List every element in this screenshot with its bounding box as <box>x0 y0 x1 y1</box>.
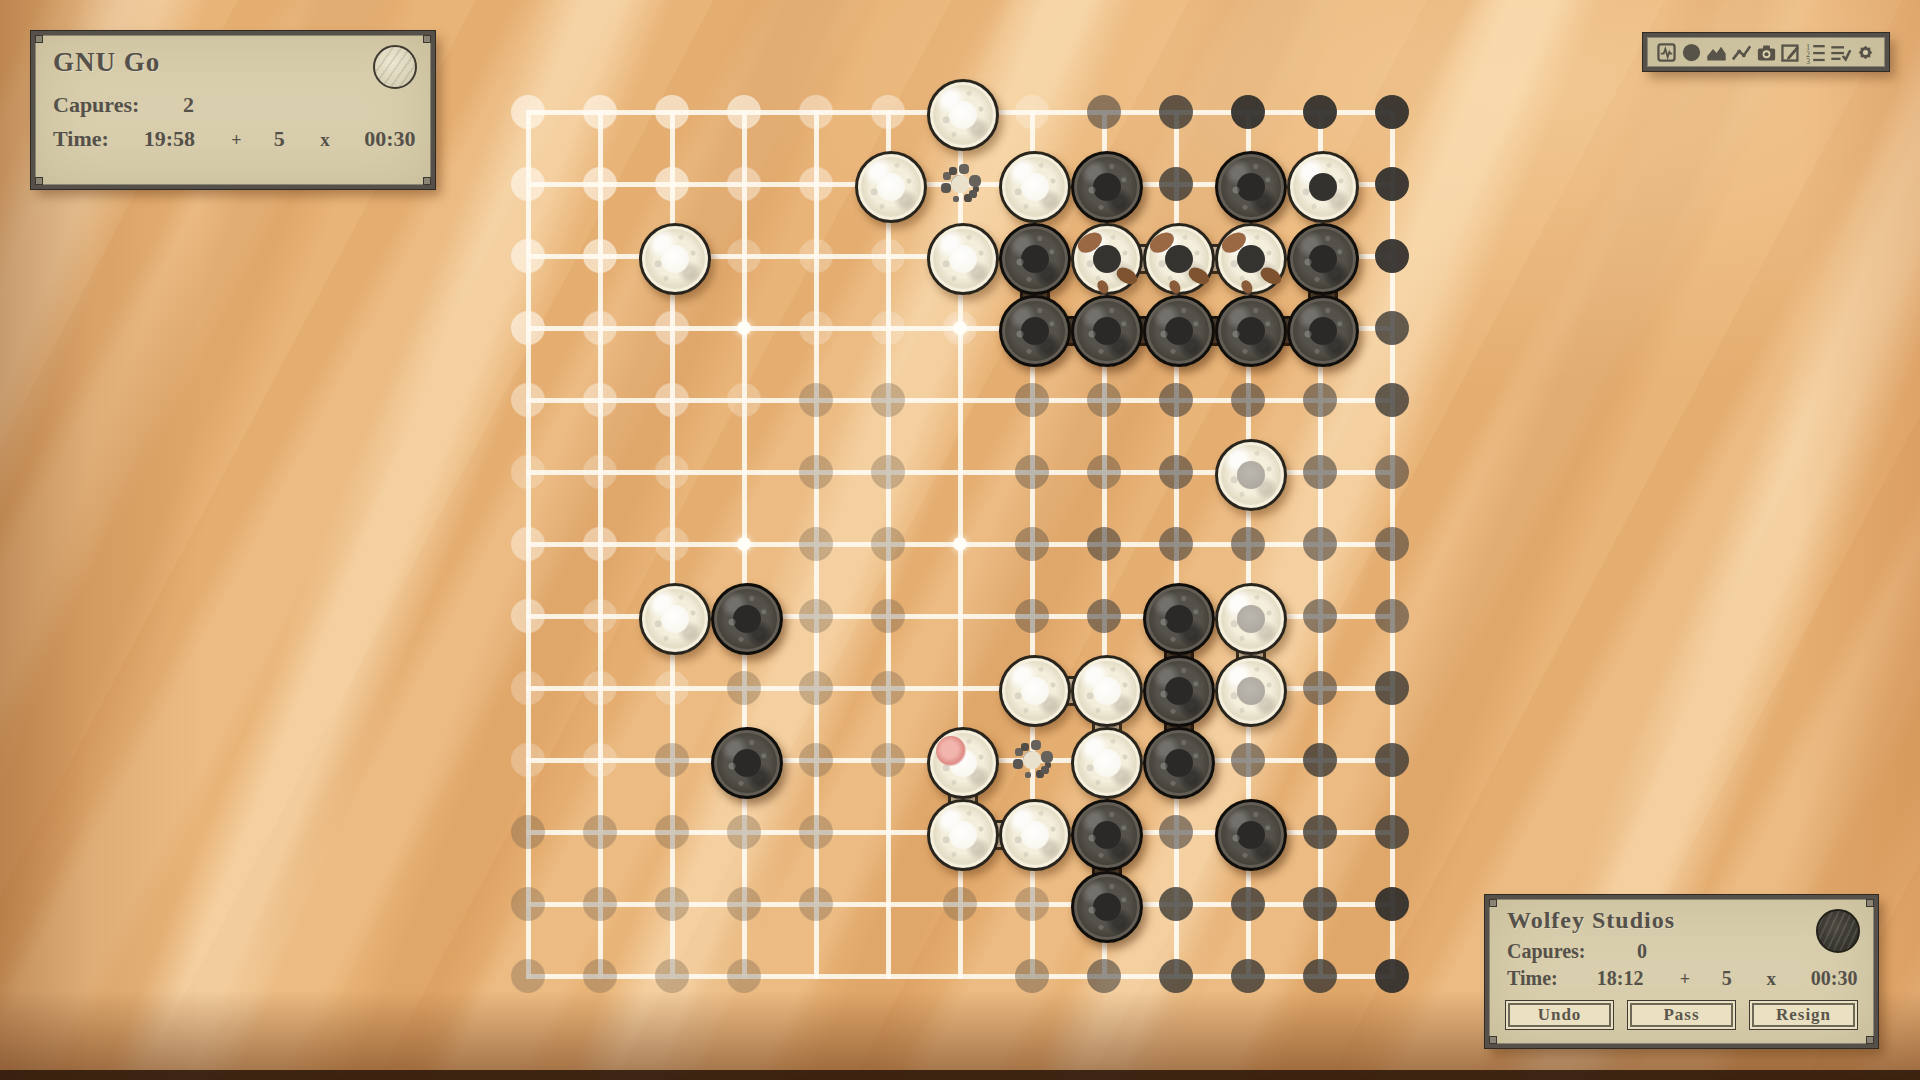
intersection-N9[interactable] <box>1356 364 1428 436</box>
svg-text:3: 3 <box>1807 57 1811 64</box>
intersection-K6[interactable] <box>1140 580 1212 652</box>
intersection-C7[interactable] <box>636 508 708 580</box>
intersection-N8[interactable] <box>1356 436 1428 508</box>
intersection-E13[interactable] <box>780 76 852 148</box>
settings-gear-icon[interactable] <box>1854 41 1877 64</box>
intersection-J8[interactable] <box>1068 436 1140 508</box>
intersection-F1[interactable] <box>852 940 924 1012</box>
intersection-D10[interactable] <box>708 292 780 364</box>
intersection-A1[interactable] <box>492 940 564 1012</box>
intersection-C4[interactable] <box>636 724 708 796</box>
intersection-C12[interactable] <box>636 148 708 220</box>
player-panel-black: Wolfey Studios Capures: 0 Time: 18:12 + … <box>1485 895 1878 1048</box>
intersection-A12[interactable] <box>492 148 564 220</box>
intersection-K1[interactable] <box>1140 940 1212 1012</box>
intersection-D1[interactable] <box>708 940 780 1012</box>
panel-screw <box>1867 900 1873 906</box>
intersection-L9[interactable] <box>1212 364 1284 436</box>
intersection-M2[interactable] <box>1284 868 1356 940</box>
intersection-K3[interactable] <box>1140 796 1212 868</box>
intersection-H4[interactable] <box>996 724 1068 796</box>
panel-screw <box>1867 1037 1873 1043</box>
times-sign: x <box>301 129 349 151</box>
captures-count-black: 0 <box>1619 940 1647 963</box>
intersection-D12[interactable] <box>708 148 780 220</box>
intersection-L1[interactable] <box>1212 940 1284 1012</box>
intersection-M1[interactable] <box>1284 940 1356 1012</box>
intersection-A11[interactable] <box>492 220 564 292</box>
intersection-A13[interactable] <box>492 76 564 148</box>
intersection-N12[interactable] <box>1356 148 1428 220</box>
intersection-J10[interactable] <box>1068 292 1140 364</box>
intersection-D4[interactable] <box>708 724 780 796</box>
intersection-G8[interactable] <box>924 436 996 508</box>
intersection-M4[interactable] <box>1284 724 1356 796</box>
time-label: Time: <box>1507 967 1576 990</box>
undo-button[interactable]: Undo <box>1505 1000 1614 1030</box>
intersection-B8[interactable] <box>564 436 636 508</box>
intersection-G2[interactable] <box>924 868 996 940</box>
intersection-N13[interactable] <box>1356 76 1428 148</box>
intersection-D5[interactable] <box>708 652 780 724</box>
intersection-A8[interactable] <box>492 436 564 508</box>
intersection-F5[interactable] <box>852 652 924 724</box>
times-sign: x <box>1748 968 1794 990</box>
intersection-E11[interactable] <box>780 220 852 292</box>
intersection-F10[interactable] <box>852 292 924 364</box>
intersection-A5[interactable] <box>492 652 564 724</box>
plus-sign: + <box>215 130 257 151</box>
intersection-N5[interactable] <box>1356 652 1428 724</box>
edit-icon[interactable] <box>1779 41 1802 64</box>
intersection-L10[interactable] <box>1212 292 1284 364</box>
intersection-J5[interactable] <box>1068 652 1140 724</box>
intersection-G6[interactable] <box>924 580 996 652</box>
intersection-H10[interactable] <box>996 292 1068 364</box>
intersection-K5[interactable] <box>1140 652 1212 724</box>
intersection-N11[interactable] <box>1356 220 1428 292</box>
intersection-L13[interactable] <box>1212 76 1284 148</box>
intersection-N1[interactable] <box>1356 940 1428 1012</box>
intersection-M12[interactable] <box>1284 148 1356 220</box>
intersection-J3[interactable] <box>1068 796 1140 868</box>
line-chart-icon[interactable] <box>1730 41 1753 64</box>
intersection-L5[interactable] <box>1212 652 1284 724</box>
intersection-G11[interactable] <box>924 220 996 292</box>
intersection-G4[interactable] <box>924 724 996 796</box>
intersection-L4[interactable] <box>1212 724 1284 796</box>
intersection-G12[interactable] <box>924 148 996 220</box>
intersection-K7[interactable] <box>1140 508 1212 580</box>
intersection-C3[interactable] <box>636 796 708 868</box>
intersection-D13[interactable] <box>708 76 780 148</box>
intersection-G10[interactable] <box>924 292 996 364</box>
intersection-E8[interactable] <box>780 436 852 508</box>
intersection-D6[interactable] <box>708 580 780 652</box>
main-time-black: 18:12 <box>1576 967 1665 990</box>
intersection-E10[interactable] <box>780 292 852 364</box>
intersection-K11[interactable] <box>1140 220 1212 292</box>
intersection-B3[interactable] <box>564 796 636 868</box>
intersection-E2[interactable] <box>780 868 852 940</box>
intersection-H11[interactable] <box>996 220 1068 292</box>
black-stone-icon <box>1816 909 1860 953</box>
intersection-C11[interactable] <box>636 220 708 292</box>
intersection-C10[interactable] <box>636 292 708 364</box>
intersection-E6[interactable] <box>780 580 852 652</box>
intersection-H1[interactable] <box>996 940 1068 1012</box>
intersection-E9[interactable] <box>780 364 852 436</box>
intersection-H13[interactable] <box>996 76 1068 148</box>
intersection-G5[interactable] <box>924 652 996 724</box>
intersection-F2[interactable] <box>852 868 924 940</box>
camera-icon[interactable] <box>1755 41 1778 64</box>
panel-screw <box>424 178 430 184</box>
screen-bottom-strip <box>0 1070 1920 1080</box>
intersection-L8[interactable] <box>1212 436 1284 508</box>
panel-screw <box>424 36 430 42</box>
captures-count-white: 2 <box>165 92 194 118</box>
intersection-J13[interactable] <box>1068 76 1140 148</box>
intersection-B4[interactable] <box>564 724 636 796</box>
intersection-E7[interactable] <box>780 508 852 580</box>
intersection-C8[interactable] <box>636 436 708 508</box>
checklist-icon[interactable] <box>1829 41 1852 64</box>
intersection-J12[interactable] <box>1068 148 1140 220</box>
intersection-M13[interactable] <box>1284 76 1356 148</box>
intersection-M7[interactable] <box>1284 508 1356 580</box>
intersection-N2[interactable] <box>1356 868 1428 940</box>
intersection-H5[interactable] <box>996 652 1068 724</box>
intersection-J6[interactable] <box>1068 580 1140 652</box>
intersection-N4[interactable] <box>1356 724 1428 796</box>
intersection-D2[interactable] <box>708 868 780 940</box>
activity-chip-icon[interactable] <box>1655 41 1678 64</box>
intersection-A10[interactable] <box>492 292 564 364</box>
pass-button[interactable]: Pass <box>1627 1000 1736 1030</box>
intersection-M8[interactable] <box>1284 436 1356 508</box>
intersection-L2[interactable] <box>1212 868 1284 940</box>
intersection-A7[interactable] <box>492 508 564 580</box>
intersection-F12[interactable] <box>852 148 924 220</box>
intersection-M10[interactable] <box>1284 292 1356 364</box>
intersection-F4[interactable] <box>852 724 924 796</box>
intersection-B7[interactable] <box>564 508 636 580</box>
captures-label: Capures: <box>53 92 165 118</box>
intersection-E4[interactable] <box>780 724 852 796</box>
intersection-N7[interactable] <box>1356 508 1428 580</box>
intersection-M3[interactable] <box>1284 796 1356 868</box>
intersection-B9[interactable] <box>564 364 636 436</box>
toolbar: 123 <box>1643 33 1889 71</box>
intersection-F6[interactable] <box>852 580 924 652</box>
intersection-H6[interactable] <box>996 580 1068 652</box>
intersection-C13[interactable] <box>636 76 708 148</box>
intersection-A4[interactable] <box>492 724 564 796</box>
intersection-G3[interactable] <box>924 796 996 868</box>
panel-screw <box>36 36 42 42</box>
intersection-D11[interactable] <box>708 220 780 292</box>
plus-sign: + <box>1665 969 1706 990</box>
intersection-D9[interactable] <box>708 364 780 436</box>
intersection-J9[interactable] <box>1068 364 1140 436</box>
intersection-A3[interactable] <box>492 796 564 868</box>
intersection-F13[interactable] <box>852 76 924 148</box>
intersection-M11[interactable] <box>1284 220 1356 292</box>
numbered-list-icon[interactable]: 123 <box>1804 41 1827 64</box>
intersection-L12[interactable] <box>1212 148 1284 220</box>
intersection-E1[interactable] <box>780 940 852 1012</box>
intersection-D7[interactable] <box>708 508 780 580</box>
intersection-H3[interactable] <box>996 796 1068 868</box>
intersection-L11[interactable] <box>1212 220 1284 292</box>
panel-screw <box>1490 1037 1496 1043</box>
intersection-F3[interactable] <box>852 796 924 868</box>
intersection-H9[interactable] <box>996 364 1068 436</box>
intersection-B6[interactable] <box>564 580 636 652</box>
intersection-K12[interactable] <box>1140 148 1212 220</box>
intersection-B2[interactable] <box>564 868 636 940</box>
intersection-D8[interactable] <box>708 436 780 508</box>
intersection-B5[interactable] <box>564 652 636 724</box>
intersection-A6[interactable] <box>492 580 564 652</box>
intersection-B12[interactable] <box>564 148 636 220</box>
intersection-K2[interactable] <box>1140 868 1212 940</box>
intersection-E5[interactable] <box>780 652 852 724</box>
intersection-F8[interactable] <box>852 436 924 508</box>
byoyomi-time-black: 00:30 <box>1794 967 1874 990</box>
intersection-G9[interactable] <box>924 364 996 436</box>
intersection-G1[interactable] <box>924 940 996 1012</box>
intersection-J11[interactable] <box>1068 220 1140 292</box>
intersection-N6[interactable] <box>1356 580 1428 652</box>
intersection-B11[interactable] <box>564 220 636 292</box>
intersection-L7[interactable] <box>1212 508 1284 580</box>
byoyomi-periods-black: 5 <box>1705 967 1748 990</box>
main-time-white: 19:58 <box>124 126 216 152</box>
panel-screw <box>1490 900 1496 906</box>
area-chart-icon[interactable] <box>1705 41 1728 64</box>
intersection-G7[interactable] <box>924 508 996 580</box>
intersection-F9[interactable] <box>852 364 924 436</box>
intersection-H8[interactable] <box>996 436 1068 508</box>
intersection-B1[interactable] <box>564 940 636 1012</box>
intersection-J1[interactable] <box>1068 940 1140 1012</box>
intersection-A9[interactable] <box>492 364 564 436</box>
intersection-M9[interactable] <box>1284 364 1356 436</box>
intersection-E3[interactable] <box>780 796 852 868</box>
player-panel-white: GNU Go Capures: 2 Time: 19:58 + 5 x 00:3… <box>31 31 435 189</box>
intersection-K9[interactable] <box>1140 364 1212 436</box>
intersection-B10[interactable] <box>564 292 636 364</box>
intersection-H12[interactable] <box>996 148 1068 220</box>
intersection-C5[interactable] <box>636 652 708 724</box>
captures-label: Capures: <box>1507 940 1619 963</box>
white-stone-icon <box>373 45 417 89</box>
intersection-F7[interactable] <box>852 508 924 580</box>
intersection-L6[interactable] <box>1212 580 1284 652</box>
go-board[interactable] <box>492 76 1428 1012</box>
intersection-F11[interactable] <box>852 220 924 292</box>
intersection-H7[interactable] <box>996 508 1068 580</box>
intersection-A2[interactable] <box>492 868 564 940</box>
player-name-white: GNU Go <box>35 35 431 78</box>
byoyomi-periods-white: 5 <box>257 126 301 152</box>
intersection-K13[interactable] <box>1140 76 1212 148</box>
intersection-L3[interactable] <box>1212 796 1284 868</box>
intersection-J7[interactable] <box>1068 508 1140 580</box>
intersection-C2[interactable] <box>636 868 708 940</box>
resign-button[interactable]: Resign <box>1749 1000 1858 1030</box>
intersection-J4[interactable] <box>1068 724 1140 796</box>
intersection-C9[interactable] <box>636 364 708 436</box>
time-label: Time: <box>53 126 124 152</box>
intersection-M6[interactable] <box>1284 580 1356 652</box>
intersection-B13[interactable] <box>564 76 636 148</box>
intersection-K10[interactable] <box>1140 292 1212 364</box>
intersection-M5[interactable] <box>1284 652 1356 724</box>
intersection-D3[interactable] <box>708 796 780 868</box>
intersection-H2[interactable] <box>996 868 1068 940</box>
intersection-N10[interactable] <box>1356 292 1428 364</box>
stone-icon[interactable] <box>1680 41 1703 64</box>
intersection-G13[interactable] <box>924 76 996 148</box>
intersection-N3[interactable] <box>1356 796 1428 868</box>
intersection-J2[interactable] <box>1068 868 1140 940</box>
intersection-C6[interactable] <box>636 580 708 652</box>
panel-screw <box>36 178 42 184</box>
intersection-K8[interactable] <box>1140 436 1212 508</box>
byoyomi-time-white: 00:30 <box>349 126 431 152</box>
intersection-C1[interactable] <box>636 940 708 1012</box>
intersection-K4[interactable] <box>1140 724 1212 796</box>
intersection-E12[interactable] <box>780 148 852 220</box>
